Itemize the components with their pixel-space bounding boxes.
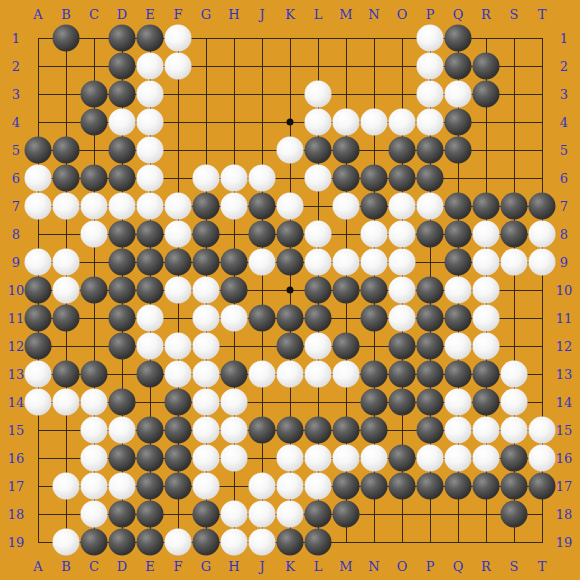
row-label-left: 5 [12,144,20,157]
black-stone-T17 [529,473,556,500]
white-stone-B14 [53,389,80,416]
white-stone-G6 [193,165,220,192]
black-stone-F15 [165,417,192,444]
white-stone-M9 [333,249,360,276]
white-stone-G16 [193,445,220,472]
white-stone-C7 [81,193,108,220]
white-stone-M4 [333,109,360,136]
black-stone-E16 [137,445,164,472]
white-stone-C8 [81,221,108,248]
white-stone-O9 [389,249,416,276]
row-label-left: 1 [12,32,20,45]
column-label-top: L [314,8,323,21]
white-stone-P7 [417,193,444,220]
white-stone-G13 [193,361,220,388]
white-stone-D17 [109,473,136,500]
black-stone-P15 [417,417,444,444]
black-stone-S8 [501,221,528,248]
black-stone-D8 [109,221,136,248]
column-label-top: G [201,8,211,21]
white-stone-A6 [25,165,52,192]
white-stone-H15 [221,417,248,444]
white-stone-F1 [165,25,192,52]
black-stone-B11 [53,305,80,332]
white-stone-L8 [305,221,332,248]
column-label-bottom: S [510,560,519,573]
black-stone-Q7 [445,193,472,220]
black-stone-E15 [137,417,164,444]
white-stone-N8 [361,221,388,248]
white-stone-Q12 [445,333,472,360]
white-stone-K17 [277,473,304,500]
white-stone-B7 [53,193,80,220]
white-stone-T16 [529,445,556,472]
column-label-bottom: N [368,560,379,573]
white-stone-J19 [249,529,276,556]
black-stone-O17 [389,473,416,500]
black-stone-E13 [137,361,164,388]
row-label-right: 16 [556,452,573,465]
white-stone-T8 [529,221,556,248]
black-stone-L19 [305,529,332,556]
white-stone-F13 [165,361,192,388]
column-label-top: H [228,8,239,21]
white-stone-H6 [221,165,248,192]
white-stone-B9 [53,249,80,276]
white-stone-P3 [417,81,444,108]
black-stone-F17 [165,473,192,500]
star-point [287,287,294,294]
white-stone-Q15 [445,417,472,444]
white-stone-E2 [137,53,164,80]
black-stone-A12 [25,333,52,360]
white-stone-N16 [361,445,388,472]
black-stone-S7 [501,193,528,220]
white-stone-H11 [221,305,248,332]
black-stone-Q1 [445,25,472,52]
row-label-left: 13 [8,368,25,381]
row-label-left: 10 [8,284,25,297]
white-stone-L9 [305,249,332,276]
black-stone-G9 [193,249,220,276]
white-stone-T15 [529,417,556,444]
white-stone-P1 [417,25,444,52]
black-stone-M12 [333,333,360,360]
row-label-right: 15 [556,424,573,437]
row-label-left: 14 [8,396,25,409]
black-stone-K15 [277,417,304,444]
black-stone-O6 [389,165,416,192]
black-stone-G8 [193,221,220,248]
column-label-top: B [61,8,71,21]
black-stone-D11 [109,305,136,332]
white-stone-L16 [305,445,332,472]
row-label-left: 8 [12,228,20,241]
white-stone-D7 [109,193,136,220]
row-label-left: 2 [12,60,20,73]
black-stone-B6 [53,165,80,192]
black-stone-M18 [333,501,360,528]
white-stone-G10 [193,277,220,304]
column-label-bottom: T [538,560,547,573]
white-stone-R8 [473,221,500,248]
row-label-right: 7 [560,200,568,213]
black-stone-F14 [165,389,192,416]
column-label-top: D [117,8,127,21]
black-stone-K12 [277,333,304,360]
black-stone-T7 [529,193,556,220]
white-stone-S9 [501,249,528,276]
black-stone-B13 [53,361,80,388]
black-stone-P13 [417,361,444,388]
white-stone-N4 [361,109,388,136]
black-stone-N13 [361,361,388,388]
white-stone-J18 [249,501,276,528]
black-stone-P14 [417,389,444,416]
black-stone-Q17 [445,473,472,500]
column-label-bottom: R [481,560,491,573]
white-stone-R15 [473,417,500,444]
row-label-left: 4 [12,116,20,129]
black-stone-N6 [361,165,388,192]
column-label-bottom: B [61,560,71,573]
white-stone-O7 [389,193,416,220]
black-stone-S17 [501,473,528,500]
black-stone-D16 [109,445,136,472]
white-stone-G11 [193,305,220,332]
black-stone-D18 [109,501,136,528]
white-stone-B19 [53,529,80,556]
row-label-right: 2 [560,60,568,73]
column-label-top: A [33,8,42,21]
white-stone-O10 [389,277,416,304]
black-stone-E8 [137,221,164,248]
black-stone-J11 [249,305,276,332]
black-stone-M10 [333,277,360,304]
black-stone-G18 [193,501,220,528]
row-label-right: 12 [556,340,573,353]
black-stone-L15 [305,417,332,444]
white-stone-Q16 [445,445,472,472]
black-stone-N7 [361,193,388,220]
black-stone-J8 [249,221,276,248]
black-stone-R2 [473,53,500,80]
black-stone-N11 [361,305,388,332]
white-stone-F10 [165,277,192,304]
column-label-top: M [339,8,352,21]
star-point [287,119,294,126]
white-stone-G17 [193,473,220,500]
black-stone-L5 [305,137,332,164]
white-stone-C16 [81,445,108,472]
black-stone-A11 [25,305,52,332]
white-stone-K16 [277,445,304,472]
white-stone-J9 [249,249,276,276]
white-stone-M7 [333,193,360,220]
row-label-right: 14 [556,396,573,409]
black-stone-Q9 [445,249,472,276]
white-stone-Q10 [445,277,472,304]
row-label-right: 8 [560,228,568,241]
column-label-top: Q [453,8,464,21]
white-stone-R10 [473,277,500,304]
black-stone-P11 [417,305,444,332]
black-stone-P5 [417,137,444,164]
black-stone-E1 [137,25,164,52]
white-stone-A13 [25,361,52,388]
white-stone-C18 [81,501,108,528]
row-label-right: 3 [560,88,568,101]
white-stone-H7 [221,193,248,220]
white-stone-S13 [501,361,528,388]
column-label-top: S [510,8,519,21]
white-stone-O4 [389,109,416,136]
column-label-bottom: O [397,560,408,573]
black-stone-M15 [333,417,360,444]
black-stone-P10 [417,277,444,304]
black-stone-D19 [109,529,136,556]
row-label-right: 5 [560,144,568,157]
white-stone-K13 [277,361,304,388]
column-label-bottom: C [89,560,99,573]
black-stone-N17 [361,473,388,500]
white-stone-B17 [53,473,80,500]
black-stone-P17 [417,473,444,500]
white-stone-G15 [193,417,220,444]
white-stone-P16 [417,445,444,472]
black-stone-Q4 [445,109,472,136]
black-stone-R3 [473,81,500,108]
black-stone-C6 [81,165,108,192]
white-stone-S14 [501,389,528,416]
black-stone-D12 [109,333,136,360]
white-stone-O11 [389,305,416,332]
black-stone-D10 [109,277,136,304]
white-stone-F12 [165,333,192,360]
black-stone-B5 [53,137,80,164]
white-stone-P2 [417,53,444,80]
white-stone-C17 [81,473,108,500]
white-stone-O8 [389,221,416,248]
white-stone-F7 [165,193,192,220]
black-stone-B1 [53,25,80,52]
black-stone-P8 [417,221,444,248]
column-label-top: K [285,8,295,21]
black-stone-N10 [361,277,388,304]
column-label-top: J [259,8,264,21]
black-stone-E9 [137,249,164,276]
white-stone-K5 [277,137,304,164]
black-stone-J7 [249,193,276,220]
row-label-right: 9 [560,256,568,269]
row-label-right: 1 [560,32,568,45]
column-label-top: P [426,8,435,21]
black-stone-C10 [81,277,108,304]
black-stone-G7 [193,193,220,220]
white-stone-E4 [137,109,164,136]
black-stone-A5 [25,137,52,164]
column-label-bottom: D [117,560,127,573]
black-stone-C19 [81,529,108,556]
black-stone-H10 [221,277,248,304]
white-stone-F19 [165,529,192,556]
black-stone-O5 [389,137,416,164]
white-stone-J13 [249,361,276,388]
black-stone-K9 [277,249,304,276]
black-stone-H9 [221,249,248,276]
column-label-bottom: Q [453,560,464,573]
white-stone-M13 [333,361,360,388]
black-stone-D5 [109,137,136,164]
column-label-bottom: F [173,560,182,573]
white-stone-L12 [305,333,332,360]
white-stone-Q3 [445,81,472,108]
white-stone-C14 [81,389,108,416]
column-label-bottom: K [285,560,295,573]
white-stone-T9 [529,249,556,276]
black-stone-L18 [305,501,332,528]
black-stone-L10 [305,277,332,304]
black-stone-O13 [389,361,416,388]
column-label-top: R [481,8,491,21]
black-stone-N14 [361,389,388,416]
row-label-left: 9 [12,256,20,269]
row-label-left: 11 [8,312,25,325]
column-label-top: C [89,8,99,21]
white-stone-G14 [193,389,220,416]
black-stone-R13 [473,361,500,388]
white-stone-E3 [137,81,164,108]
black-stone-E17 [137,473,164,500]
black-stone-R17 [473,473,500,500]
row-label-left: 3 [12,88,20,101]
black-stone-D2 [109,53,136,80]
black-stone-K19 [277,529,304,556]
white-stone-J17 [249,473,276,500]
black-stone-L11 [305,305,332,332]
black-stone-D1 [109,25,136,52]
black-stone-E10 [137,277,164,304]
white-stone-E6 [137,165,164,192]
white-stone-D4 [109,109,136,136]
white-stone-E5 [137,137,164,164]
black-stone-C4 [81,109,108,136]
white-stone-R9 [473,249,500,276]
white-stone-F8 [165,221,192,248]
row-label-right: 17 [556,480,573,493]
white-stone-P4 [417,109,444,136]
row-label-left: 6 [12,172,20,185]
white-stone-K7 [277,193,304,220]
white-stone-F2 [165,53,192,80]
white-stone-D15 [109,417,136,444]
go-board[interactable]: AABBCCDDEEFFGGHHJJKKLLMMNNOOPPQQRRSSTT11… [0,0,580,580]
black-stone-Q13 [445,361,472,388]
row-label-left: 18 [8,508,25,521]
white-stone-B10 [53,277,80,304]
white-stone-L17 [305,473,332,500]
white-stone-L6 [305,165,332,192]
black-stone-P6 [417,165,444,192]
white-stone-J6 [249,165,276,192]
column-label-bottom: L [314,560,323,573]
row-label-left: 15 [8,424,25,437]
black-stone-F16 [165,445,192,472]
white-stone-E7 [137,193,164,220]
white-stone-E12 [137,333,164,360]
row-label-right: 19 [556,536,573,549]
white-stone-N9 [361,249,388,276]
white-stone-L13 [305,361,332,388]
white-stone-L4 [305,109,332,136]
black-stone-D6 [109,165,136,192]
white-stone-R16 [473,445,500,472]
black-stone-F9 [165,249,192,276]
column-label-top: E [145,8,155,21]
black-stone-O16 [389,445,416,472]
black-stone-E19 [137,529,164,556]
column-label-bottom: P [426,560,435,573]
white-stone-Q14 [445,389,472,416]
black-stone-M5 [333,137,360,164]
white-stone-C15 [81,417,108,444]
column-label-bottom: M [339,560,352,573]
black-stone-N15 [361,417,388,444]
black-stone-R7 [473,193,500,220]
row-label-right: 4 [560,116,568,129]
black-stone-D3 [109,81,136,108]
white-stone-E11 [137,305,164,332]
row-label-right: 13 [556,368,573,381]
white-stone-A9 [25,249,52,276]
black-stone-S18 [501,501,528,528]
row-label-left: 7 [12,200,20,213]
black-stone-D9 [109,249,136,276]
white-stone-H18 [221,501,248,528]
column-label-bottom: A [33,560,42,573]
white-stone-R12 [473,333,500,360]
black-stone-A10 [25,277,52,304]
black-stone-J15 [249,417,276,444]
black-stone-C3 [81,81,108,108]
black-stone-P12 [417,333,444,360]
black-stone-E18 [137,501,164,528]
white-stone-A7 [25,193,52,220]
black-stone-Q2 [445,53,472,80]
black-stone-K11 [277,305,304,332]
row-label-right: 11 [556,312,573,325]
column-label-bottom: H [228,560,239,573]
black-stone-S16 [501,445,528,472]
row-label-right: 10 [556,284,573,297]
column-label-top: N [368,8,379,21]
white-stone-G12 [193,333,220,360]
black-stone-H13 [221,361,248,388]
row-label-left: 17 [8,480,25,493]
white-stone-R11 [473,305,500,332]
row-label-right: 18 [556,508,573,521]
white-stone-M16 [333,445,360,472]
black-stone-O12 [389,333,416,360]
white-stone-H19 [221,529,248,556]
white-stone-H14 [221,389,248,416]
column-label-top: T [538,8,547,21]
black-stone-R14 [473,389,500,416]
column-label-bottom: J [259,560,264,573]
column-label-top: F [173,8,182,21]
black-stone-Q5 [445,137,472,164]
row-label-right: 6 [560,172,568,185]
